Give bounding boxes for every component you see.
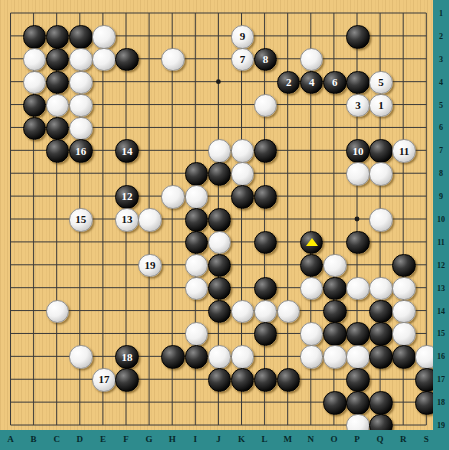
intersection-K11[interactable] <box>230 230 253 253</box>
intersection-A14[interactable] <box>0 299 22 322</box>
intersection-M4[interactable]: 2 <box>276 70 299 93</box>
intersection-R13[interactable] <box>392 276 415 299</box>
intersection-Q14[interactable] <box>368 299 391 322</box>
intersection-I6[interactable] <box>184 116 207 139</box>
intersection-Q10[interactable] <box>368 207 391 230</box>
intersection-I16[interactable] <box>184 345 207 368</box>
intersection-M18[interactable] <box>276 390 299 413</box>
intersection-E8[interactable] <box>91 162 114 185</box>
intersection-L4[interactable] <box>253 70 276 93</box>
intersection-D11[interactable] <box>68 230 91 253</box>
intersection-E15[interactable] <box>91 322 114 345</box>
intersection-R18[interactable] <box>392 390 415 413</box>
intersection-L17[interactable] <box>253 368 276 391</box>
intersection-D5[interactable] <box>68 93 91 116</box>
intersection-B2[interactable] <box>22 24 45 47</box>
intersection-F13[interactable] <box>114 276 137 299</box>
intersection-P3[interactable] <box>345 47 368 70</box>
intersection-E9[interactable] <box>91 185 114 208</box>
intersection-E1[interactable] <box>91 2 114 25</box>
intersection-M8[interactable] <box>276 162 299 185</box>
intersection-G1[interactable] <box>138 2 161 25</box>
intersection-M6[interactable] <box>276 116 299 139</box>
intersection-M11[interactable] <box>276 230 299 253</box>
intersection-O6[interactable] <box>322 116 345 139</box>
intersection-N8[interactable] <box>299 162 322 185</box>
intersection-K16[interactable] <box>230 345 253 368</box>
intersection-I18[interactable] <box>184 390 207 413</box>
intersection-I11[interactable] <box>184 230 207 253</box>
intersection-R10[interactable] <box>392 207 415 230</box>
intersection-P9[interactable] <box>345 185 368 208</box>
intersection-C10[interactable] <box>45 207 68 230</box>
intersection-C4[interactable] <box>45 70 68 93</box>
intersection-C14[interactable] <box>45 299 68 322</box>
intersection-M1[interactable] <box>276 2 299 25</box>
intersection-G15[interactable] <box>138 322 161 345</box>
intersection-K9[interactable] <box>230 185 253 208</box>
intersection-Q2[interactable] <box>368 24 391 47</box>
intersection-N11[interactable] <box>299 230 322 253</box>
intersection-Q15[interactable] <box>368 322 391 345</box>
intersection-J10[interactable] <box>207 207 230 230</box>
intersection-L11[interactable] <box>253 230 276 253</box>
intersection-E16[interactable] <box>91 345 114 368</box>
intersection-D6[interactable] <box>68 116 91 139</box>
intersection-M9[interactable] <box>276 185 299 208</box>
intersection-O18[interactable] <box>322 390 345 413</box>
intersection-K8[interactable] <box>230 162 253 185</box>
intersection-E13[interactable] <box>91 276 114 299</box>
intersection-N12[interactable] <box>299 253 322 276</box>
intersection-J3[interactable] <box>207 47 230 70</box>
intersection-G11[interactable] <box>138 230 161 253</box>
intersection-A15[interactable] <box>0 322 22 345</box>
intersection-R4[interactable] <box>392 70 415 93</box>
intersection-L10[interactable] <box>253 207 276 230</box>
intersection-G5[interactable] <box>138 93 161 116</box>
intersection-Q13[interactable] <box>368 276 391 299</box>
intersection-O4[interactable]: 6 <box>322 70 345 93</box>
intersection-B1[interactable] <box>22 2 45 25</box>
intersection-D15[interactable] <box>68 322 91 345</box>
intersection-I8[interactable] <box>184 162 207 185</box>
intersection-J16[interactable] <box>207 345 230 368</box>
intersection-K1[interactable] <box>230 2 253 25</box>
intersection-B14[interactable] <box>22 299 45 322</box>
intersection-C11[interactable] <box>45 230 68 253</box>
intersection-I15[interactable] <box>184 322 207 345</box>
intersection-P11[interactable] <box>345 230 368 253</box>
intersection-P13[interactable] <box>345 276 368 299</box>
intersection-M16[interactable] <box>276 345 299 368</box>
intersection-H8[interactable] <box>161 162 184 185</box>
intersection-K12[interactable] <box>230 253 253 276</box>
intersection-I9[interactable] <box>184 185 207 208</box>
intersection-J14[interactable] <box>207 299 230 322</box>
intersection-R15[interactable] <box>392 322 415 345</box>
intersection-N5[interactable] <box>299 93 322 116</box>
intersection-E5[interactable] <box>91 93 114 116</box>
intersection-H16[interactable] <box>161 345 184 368</box>
intersection-A2[interactable] <box>0 24 22 47</box>
intersection-K15[interactable] <box>230 322 253 345</box>
intersection-B7[interactable] <box>22 139 45 162</box>
intersection-F9[interactable]: 12 <box>114 185 137 208</box>
intersection-D16[interactable] <box>68 345 91 368</box>
intersection-C1[interactable] <box>45 2 68 25</box>
intersection-I5[interactable] <box>184 93 207 116</box>
intersection-O8[interactable] <box>322 162 345 185</box>
intersection-C17[interactable] <box>45 368 68 391</box>
intersection-J7[interactable] <box>207 139 230 162</box>
intersection-L7[interactable] <box>253 139 276 162</box>
intersection-B9[interactable] <box>22 185 45 208</box>
intersection-G14[interactable] <box>138 299 161 322</box>
intersection-F1[interactable] <box>114 2 137 25</box>
intersection-P15[interactable] <box>345 322 368 345</box>
intersection-A6[interactable] <box>0 116 22 139</box>
intersection-N16[interactable] <box>299 345 322 368</box>
intersection-I14[interactable] <box>184 299 207 322</box>
intersection-F3[interactable] <box>114 47 137 70</box>
intersection-H14[interactable] <box>161 299 184 322</box>
intersection-H7[interactable] <box>161 139 184 162</box>
intersection-O14[interactable] <box>322 299 345 322</box>
intersection-D3[interactable] <box>68 47 91 70</box>
go-board[interactable]: 97824653116141011121513191817 <box>0 2 438 437</box>
intersection-R16[interactable] <box>392 345 415 368</box>
intersection-N18[interactable] <box>299 390 322 413</box>
intersection-H11[interactable] <box>161 230 184 253</box>
intersection-C13[interactable] <box>45 276 68 299</box>
intersection-P6[interactable] <box>345 116 368 139</box>
intersection-O2[interactable] <box>322 24 345 47</box>
intersection-P18[interactable] <box>345 390 368 413</box>
intersection-N9[interactable] <box>299 185 322 208</box>
intersection-J17[interactable] <box>207 368 230 391</box>
intersection-F10[interactable]: 13 <box>114 207 137 230</box>
intersection-E4[interactable] <box>91 70 114 93</box>
intersection-L8[interactable] <box>253 162 276 185</box>
intersection-F12[interactable] <box>114 253 137 276</box>
intersection-H5[interactable] <box>161 93 184 116</box>
intersection-J11[interactable] <box>207 230 230 253</box>
intersection-J1[interactable] <box>207 2 230 25</box>
intersection-Q7[interactable] <box>368 139 391 162</box>
intersection-N17[interactable] <box>299 368 322 391</box>
intersection-J8[interactable] <box>207 162 230 185</box>
intersection-C5[interactable] <box>45 93 68 116</box>
intersection-Q17[interactable] <box>368 368 391 391</box>
intersection-B17[interactable] <box>22 368 45 391</box>
intersection-A16[interactable] <box>0 345 22 368</box>
intersection-D10[interactable]: 15 <box>68 207 91 230</box>
intersection-M5[interactable] <box>276 93 299 116</box>
intersection-G10[interactable] <box>138 207 161 230</box>
intersection-K3[interactable]: 7 <box>230 47 253 70</box>
intersection-G4[interactable] <box>138 70 161 93</box>
intersection-R3[interactable] <box>392 47 415 70</box>
intersection-L13[interactable] <box>253 276 276 299</box>
intersection-A10[interactable] <box>0 207 22 230</box>
intersection-B6[interactable] <box>22 116 45 139</box>
intersection-M10[interactable] <box>276 207 299 230</box>
intersection-M15[interactable] <box>276 322 299 345</box>
intersection-L2[interactable] <box>253 24 276 47</box>
intersection-M3[interactable] <box>276 47 299 70</box>
intersection-P14[interactable] <box>345 299 368 322</box>
intersection-K10[interactable] <box>230 207 253 230</box>
intersection-K2[interactable]: 9 <box>230 24 253 47</box>
intersection-O7[interactable] <box>322 139 345 162</box>
intersection-I3[interactable] <box>184 47 207 70</box>
intersection-R7[interactable]: 11 <box>392 139 415 162</box>
intersection-K4[interactable] <box>230 70 253 93</box>
intersection-R12[interactable] <box>392 253 415 276</box>
intersection-Q9[interactable] <box>368 185 391 208</box>
intersection-H12[interactable] <box>161 253 184 276</box>
intersection-C6[interactable] <box>45 116 68 139</box>
intersection-G8[interactable] <box>138 162 161 185</box>
intersection-G3[interactable] <box>138 47 161 70</box>
intersection-P7[interactable]: 10 <box>345 139 368 162</box>
intersection-O16[interactable] <box>322 345 345 368</box>
intersection-B16[interactable] <box>22 345 45 368</box>
intersection-A13[interactable] <box>0 276 22 299</box>
intersection-I13[interactable] <box>184 276 207 299</box>
intersection-O3[interactable] <box>322 47 345 70</box>
intersection-P17[interactable] <box>345 368 368 391</box>
intersection-N2[interactable] <box>299 24 322 47</box>
intersection-N15[interactable] <box>299 322 322 345</box>
intersection-A7[interactable] <box>0 139 22 162</box>
intersection-O11[interactable] <box>322 230 345 253</box>
intersection-E14[interactable] <box>91 299 114 322</box>
intersection-H17[interactable] <box>161 368 184 391</box>
intersection-I12[interactable] <box>184 253 207 276</box>
intersection-R9[interactable] <box>392 185 415 208</box>
intersection-C18[interactable] <box>45 390 68 413</box>
intersection-K14[interactable] <box>230 299 253 322</box>
intersection-N6[interactable] <box>299 116 322 139</box>
intersection-C3[interactable] <box>45 47 68 70</box>
intersection-P1[interactable] <box>345 2 368 25</box>
intersection-A11[interactable] <box>0 230 22 253</box>
intersection-E2[interactable] <box>91 24 114 47</box>
intersection-H6[interactable] <box>161 116 184 139</box>
intersection-A4[interactable] <box>0 70 22 93</box>
intersection-F11[interactable] <box>114 230 137 253</box>
intersection-P2[interactable] <box>345 24 368 47</box>
intersection-E3[interactable] <box>91 47 114 70</box>
intersection-N7[interactable] <box>299 139 322 162</box>
intersection-P4[interactable] <box>345 70 368 93</box>
intersection-B4[interactable] <box>22 70 45 93</box>
intersection-Q12[interactable] <box>368 253 391 276</box>
intersection-K13[interactable] <box>230 276 253 299</box>
intersection-F16[interactable]: 18 <box>114 345 137 368</box>
intersection-D9[interactable] <box>68 185 91 208</box>
intersection-E17[interactable]: 17 <box>91 368 114 391</box>
intersection-B13[interactable] <box>22 276 45 299</box>
intersection-G17[interactable] <box>138 368 161 391</box>
intersection-L18[interactable] <box>253 390 276 413</box>
intersection-C7[interactable] <box>45 139 68 162</box>
intersection-Q8[interactable] <box>368 162 391 185</box>
intersection-G18[interactable] <box>138 390 161 413</box>
intersection-L9[interactable] <box>253 185 276 208</box>
intersection-J2[interactable] <box>207 24 230 47</box>
intersection-N10[interactable] <box>299 207 322 230</box>
intersection-H4[interactable] <box>161 70 184 93</box>
intersection-A3[interactable] <box>0 47 22 70</box>
intersection-J18[interactable] <box>207 390 230 413</box>
intersection-R5[interactable] <box>392 93 415 116</box>
intersection-M14[interactable] <box>276 299 299 322</box>
intersection-Q3[interactable] <box>368 47 391 70</box>
intersection-E18[interactable] <box>91 390 114 413</box>
intersection-E6[interactable] <box>91 116 114 139</box>
intersection-I1[interactable] <box>184 2 207 25</box>
intersection-D18[interactable] <box>68 390 91 413</box>
intersection-J9[interactable] <box>207 185 230 208</box>
intersection-L14[interactable] <box>253 299 276 322</box>
intersection-O5[interactable] <box>322 93 345 116</box>
intersection-Q5[interactable]: 1 <box>368 93 391 116</box>
intersection-Q18[interactable] <box>368 390 391 413</box>
intersection-L16[interactable] <box>253 345 276 368</box>
intersection-K17[interactable] <box>230 368 253 391</box>
intersection-N13[interactable] <box>299 276 322 299</box>
intersection-A5[interactable] <box>0 93 22 116</box>
intersection-H1[interactable] <box>161 2 184 25</box>
intersection-M13[interactable] <box>276 276 299 299</box>
intersection-G7[interactable] <box>138 139 161 162</box>
intersection-A12[interactable] <box>0 253 22 276</box>
intersection-J6[interactable] <box>207 116 230 139</box>
intersection-O13[interactable] <box>322 276 345 299</box>
intersection-O17[interactable] <box>322 368 345 391</box>
intersection-M12[interactable] <box>276 253 299 276</box>
intersection-Q1[interactable] <box>368 2 391 25</box>
intersection-H18[interactable] <box>161 390 184 413</box>
intersection-L5[interactable] <box>253 93 276 116</box>
intersection-B12[interactable] <box>22 253 45 276</box>
intersection-J12[interactable] <box>207 253 230 276</box>
intersection-R14[interactable] <box>392 299 415 322</box>
intersection-O12[interactable] <box>322 253 345 276</box>
intersection-B18[interactable] <box>22 390 45 413</box>
intersection-B3[interactable] <box>22 47 45 70</box>
intersection-F17[interactable] <box>114 368 137 391</box>
intersection-F7[interactable]: 14 <box>114 139 137 162</box>
intersection-B11[interactable] <box>22 230 45 253</box>
intersection-J4[interactable] <box>207 70 230 93</box>
intersection-A18[interactable] <box>0 390 22 413</box>
intersection-E12[interactable] <box>91 253 114 276</box>
intersection-D14[interactable] <box>68 299 91 322</box>
intersection-A17[interactable] <box>0 368 22 391</box>
intersection-D4[interactable] <box>68 70 91 93</box>
intersection-C12[interactable] <box>45 253 68 276</box>
intersection-C15[interactable] <box>45 322 68 345</box>
intersection-K5[interactable] <box>230 93 253 116</box>
intersection-B15[interactable] <box>22 322 45 345</box>
intersection-R17[interactable] <box>392 368 415 391</box>
intersection-Q4[interactable]: 5 <box>368 70 391 93</box>
intersection-J5[interactable] <box>207 93 230 116</box>
intersection-G13[interactable] <box>138 276 161 299</box>
intersection-H10[interactable] <box>161 207 184 230</box>
intersection-O9[interactable] <box>322 185 345 208</box>
intersection-A1[interactable] <box>0 2 22 25</box>
intersection-G2[interactable] <box>138 24 161 47</box>
intersection-H3[interactable] <box>161 47 184 70</box>
intersection-F5[interactable] <box>114 93 137 116</box>
intersection-R6[interactable] <box>392 116 415 139</box>
intersection-N4[interactable]: 4 <box>299 70 322 93</box>
intersection-M7[interactable] <box>276 139 299 162</box>
intersection-H9[interactable] <box>161 185 184 208</box>
intersection-G6[interactable] <box>138 116 161 139</box>
intersection-A9[interactable] <box>0 185 22 208</box>
intersection-N3[interactable] <box>299 47 322 70</box>
intersection-B8[interactable] <box>22 162 45 185</box>
intersection-O10[interactable] <box>322 207 345 230</box>
intersection-Q6[interactable] <box>368 116 391 139</box>
intersection-D2[interactable] <box>68 24 91 47</box>
intersection-D13[interactable] <box>68 276 91 299</box>
intersection-K7[interactable] <box>230 139 253 162</box>
intersection-H13[interactable] <box>161 276 184 299</box>
intersection-B5[interactable] <box>22 93 45 116</box>
intersection-C8[interactable] <box>45 162 68 185</box>
intersection-M2[interactable] <box>276 24 299 47</box>
intersection-J15[interactable] <box>207 322 230 345</box>
intersection-R2[interactable] <box>392 24 415 47</box>
intersection-E10[interactable] <box>91 207 114 230</box>
intersection-N1[interactable] <box>299 2 322 25</box>
intersection-F18[interactable] <box>114 390 137 413</box>
intersection-C9[interactable] <box>45 185 68 208</box>
intersection-F2[interactable] <box>114 24 137 47</box>
intersection-O1[interactable] <box>322 2 345 25</box>
intersection-F6[interactable] <box>114 116 137 139</box>
intersection-H2[interactable] <box>161 24 184 47</box>
intersection-B10[interactable] <box>22 207 45 230</box>
intersection-P12[interactable] <box>345 253 368 276</box>
intersection-C2[interactable] <box>45 24 68 47</box>
intersection-L12[interactable] <box>253 253 276 276</box>
intersection-M17[interactable] <box>276 368 299 391</box>
intersection-I17[interactable] <box>184 368 207 391</box>
intersection-L3[interactable]: 8 <box>253 47 276 70</box>
intersection-R11[interactable] <box>392 230 415 253</box>
intersection-R1[interactable] <box>392 2 415 25</box>
intersection-F15[interactable] <box>114 322 137 345</box>
intersection-O15[interactable] <box>322 322 345 345</box>
intersection-D17[interactable] <box>68 368 91 391</box>
intersection-Q11[interactable] <box>368 230 391 253</box>
intersection-H15[interactable] <box>161 322 184 345</box>
intersection-I10[interactable] <box>184 207 207 230</box>
intersection-P5[interactable]: 3 <box>345 93 368 116</box>
intersection-F14[interactable] <box>114 299 137 322</box>
intersection-D7[interactable]: 16 <box>68 139 91 162</box>
intersection-C16[interactable] <box>45 345 68 368</box>
intersection-J13[interactable] <box>207 276 230 299</box>
